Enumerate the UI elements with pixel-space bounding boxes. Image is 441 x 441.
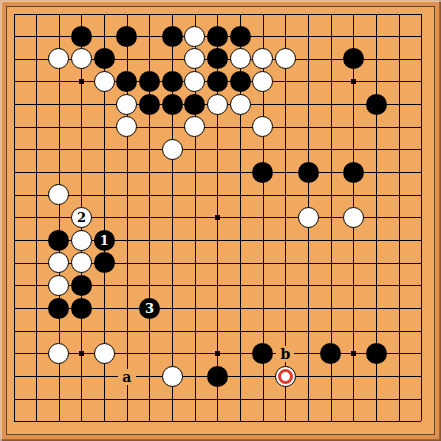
stone-black — [366, 94, 387, 115]
point-label-a: a — [118, 369, 136, 385]
move-number-label: 1 — [100, 234, 109, 247]
stone-black — [116, 26, 137, 47]
stone-white — [162, 139, 183, 160]
stone-white — [116, 94, 137, 115]
star-point — [351, 79, 356, 84]
stone-black — [71, 298, 92, 319]
stone-white — [71, 230, 92, 251]
stone-black: 3 — [139, 298, 160, 319]
stone-black — [139, 94, 160, 115]
stone-black — [94, 252, 115, 273]
stone-white — [184, 26, 205, 47]
move-number-label: 3 — [145, 302, 154, 315]
stone-black — [230, 71, 251, 92]
star-point — [351, 351, 356, 356]
star-point — [79, 79, 84, 84]
stone-white — [343, 207, 364, 228]
stone-black — [298, 162, 319, 183]
stone-black — [71, 26, 92, 47]
stone-white — [230, 48, 251, 69]
stone-black — [139, 71, 160, 92]
star-point — [215, 351, 220, 356]
stone-white — [162, 366, 183, 387]
stone-white — [230, 94, 251, 115]
stone-black — [48, 298, 69, 319]
stone-black — [94, 48, 115, 69]
stone-black — [71, 275, 92, 296]
stone-black — [162, 26, 183, 47]
stone-white: 2 — [71, 207, 92, 228]
stone-black — [207, 366, 228, 387]
point-label-b: b — [276, 346, 294, 362]
stone-black — [162, 71, 183, 92]
stone-white — [94, 71, 115, 92]
stone-black: 1 — [94, 230, 115, 251]
stone-black — [230, 26, 251, 47]
stone-black — [252, 162, 273, 183]
star-point — [215, 215, 220, 220]
stone-black — [48, 230, 69, 251]
stone-white — [298, 207, 319, 228]
stone-white — [94, 343, 115, 364]
go-board-diagram: ab213 — [0, 0, 441, 441]
star-point — [79, 351, 84, 356]
last-move-circle-marker — [278, 369, 293, 384]
stone-black — [343, 162, 364, 183]
stone-white — [207, 94, 228, 115]
stone-black — [184, 94, 205, 115]
stone-black — [207, 26, 228, 47]
stone-black — [162, 94, 183, 115]
stone-black — [366, 343, 387, 364]
stone-black — [207, 71, 228, 92]
move-number-label: 2 — [77, 211, 86, 224]
